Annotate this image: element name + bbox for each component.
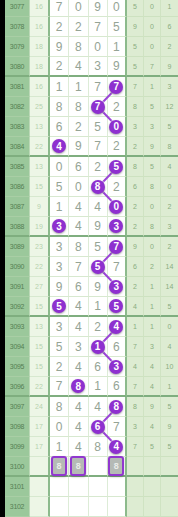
stat-cell: 5: [161, 397, 178, 417]
digit-cell: [89, 457, 108, 477]
digit-cell: [89, 497, 108, 517]
digit-cell: 2: [108, 177, 127, 197]
chart-row: 3085130625854: [5, 157, 178, 177]
sum-cell: 13: [30, 117, 50, 137]
sum-cell: 17: [30, 417, 50, 437]
digit-cell: 4: [69, 357, 88, 377]
digit-cell: 8: [69, 97, 88, 117]
stat-cell: 4: [127, 357, 144, 377]
circled-digit: 8: [109, 400, 123, 414]
digit-cell: 6: [108, 377, 127, 397]
digit-cell: 1: [50, 197, 69, 217]
digit-cell: 6: [89, 357, 108, 377]
sum-cell: 15: [30, 297, 50, 317]
digit-cell: 6: [108, 337, 127, 357]
sum-cell: 19: [30, 217, 50, 237]
stat-cell: 7: [127, 77, 144, 97]
stat-cell: 1: [127, 317, 144, 337]
chart-rows: 3077167090501307816227590630791898015023…: [5, 0, 178, 517]
digit-cell: 4: [69, 57, 88, 77]
stat-cell: 1: [161, 0, 178, 17]
digit-cell: 4: [69, 437, 88, 457]
chart-row: 3102: [5, 497, 178, 517]
digit-cell: 9: [89, 0, 108, 17]
sum-cell: 15: [30, 177, 50, 197]
digit-cell: 6: [69, 157, 88, 177]
digit-cell: 4: [69, 217, 88, 237]
stat-cell: 2: [161, 37, 178, 57]
digit-cell: 9: [108, 57, 127, 77]
sum-cell: 16: [30, 77, 50, 97]
stat-cell: 4: [127, 297, 144, 317]
digit-cell: 8: [69, 37, 88, 57]
digit-cell: 7: [89, 137, 108, 157]
circled-digit: 5: [91, 260, 105, 274]
stat-cell: 14: [161, 257, 178, 277]
digit-cell: [50, 477, 69, 497]
draw-id-cell: 3078: [5, 17, 30, 37]
stat-cell: 5: [144, 157, 161, 177]
digit-cell: 5: [89, 237, 108, 257]
chart-row: 3078162275906: [5, 17, 178, 37]
digit-cell: 2: [89, 157, 108, 177]
stat-cell: 9: [144, 397, 161, 417]
stat-cell: 6: [161, 17, 178, 37]
digit-cell: 5: [89, 117, 108, 137]
draw-id-cell: 3099: [5, 437, 30, 457]
sum-cell: 16: [30, 0, 50, 17]
digit-cell: 8: [50, 457, 69, 477]
digit-cell: 7: [50, 0, 69, 17]
sum-cell: 22: [30, 137, 50, 157]
stat-cell: 9: [127, 17, 144, 37]
chart-row: 30902237576214: [5, 257, 178, 277]
chart-row: 3084224972298: [5, 137, 178, 157]
stat-cell: 2: [127, 197, 144, 217]
digit-cell: 0: [108, 0, 127, 17]
digit-cell: 4: [108, 437, 127, 457]
chart-row: 3101: [5, 477, 178, 497]
digit-cell: 6: [50, 117, 69, 137]
stat-cell: 2: [161, 197, 178, 217]
draw-id-cell: 3098: [5, 417, 30, 437]
digit-cell: 8: [108, 397, 127, 417]
digit-cell: 7: [108, 237, 127, 257]
chart-row: 3086155082680: [5, 177, 178, 197]
sum-cell: 22: [30, 377, 50, 397]
chart-row: 3098170467349: [5, 417, 178, 437]
digit-cell: 1: [50, 77, 69, 97]
stat-cell: 5: [127, 0, 144, 17]
draw-id-cell: 3081: [5, 77, 30, 97]
digit-cell: 8: [89, 437, 108, 457]
digit-cell: 6: [89, 417, 108, 437]
sum-cell: [30, 477, 50, 497]
draw-id-cell: 3097: [5, 397, 30, 417]
stat-cell: 1: [161, 377, 178, 397]
digit-cell: 1: [89, 377, 108, 397]
stat-cell: 3: [161, 217, 178, 237]
digit-cell: 7: [50, 377, 69, 397]
stat-cell: 9: [161, 57, 178, 77]
draw-id-cell: 3095: [5, 357, 30, 377]
digit-cell: 8: [69, 377, 88, 397]
sum-cell: 25: [30, 97, 50, 117]
stat-cell: [127, 497, 144, 517]
digit-cell: 9: [89, 277, 108, 297]
selected-digit-box[interactable]: 8: [108, 456, 124, 476]
digit-cell: 7: [89, 97, 108, 117]
circled-digit: 5: [109, 299, 123, 313]
selected-digit-box[interactable]: 8: [70, 456, 86, 476]
digit-cell: 5: [50, 337, 69, 357]
sum-cell: 23: [30, 237, 50, 257]
digit-cell: 3: [108, 217, 127, 237]
digit-cell: 2: [50, 357, 69, 377]
circled-digit: 6: [91, 420, 105, 434]
lottery-trend-chart: 3077167090501307816227590630791898015023…: [0, 0, 178, 517]
digit-cell: 2: [50, 17, 69, 37]
digit-cell: 9: [50, 277, 69, 297]
chart-row: 30951524634410: [5, 357, 178, 377]
sum-cell: 17: [30, 437, 50, 457]
digit-cell: 2: [50, 57, 69, 77]
circled-digit: 3: [109, 280, 123, 294]
draw-id-cell: 3084: [5, 137, 30, 157]
draw-id-cell: 3085: [5, 157, 30, 177]
stat-cell: 9: [144, 137, 161, 157]
draw-id-cell: 3082: [5, 97, 30, 117]
digit-cell: 1: [89, 337, 108, 357]
digit-cell: 8: [50, 97, 69, 117]
selected-digit-box[interactable]: 8: [51, 456, 67, 476]
stat-cell: 5: [161, 297, 178, 317]
sum-cell: 15: [30, 337, 50, 357]
digit-cell: 7: [108, 417, 127, 437]
digit-cell: 2: [89, 317, 108, 337]
stat-cell: 1: [144, 297, 161, 317]
stat-cell: 8: [144, 217, 161, 237]
stat-cell: 5: [161, 117, 178, 137]
circled-digit: 0: [109, 120, 123, 134]
stat-cell: 1: [144, 317, 161, 337]
digit-cell: [89, 477, 108, 497]
digit-cell: 3: [108, 277, 127, 297]
digit-cell: 0: [50, 417, 69, 437]
stat-cell: [161, 477, 178, 497]
chart-row: 3096227816741: [5, 377, 178, 397]
draw-id-cell: 3088: [5, 217, 30, 237]
stat-cell: [161, 457, 178, 477]
stat-cell: 0: [144, 17, 161, 37]
digit-cell: 2: [108, 137, 127, 157]
chart-row: 3083136250335: [5, 117, 178, 137]
stat-cell: 10: [161, 357, 178, 377]
digit-cell: 5: [108, 17, 127, 37]
stat-cell: 0: [161, 177, 178, 197]
digit-cell: [108, 477, 127, 497]
circled-digit: 3: [52, 219, 66, 233]
digit-cell: 8: [89, 177, 108, 197]
stat-cell: 8: [144, 177, 161, 197]
stat-cell: 4: [144, 357, 161, 377]
digit-cell: 0: [50, 157, 69, 177]
circled-digit: 3: [109, 360, 123, 374]
stat-cell: 1: [144, 77, 161, 97]
chart-row: 3077167090501: [5, 0, 178, 17]
chart-row: 30822588728512: [5, 97, 178, 117]
digit-cell: [50, 497, 69, 517]
stat-cell: 5: [127, 57, 144, 77]
digit-cell: 2: [69, 17, 88, 37]
draw-id-cell: 3079: [5, 37, 30, 57]
draw-id-cell: 3086: [5, 177, 30, 197]
stat-cell: 9: [161, 417, 178, 437]
digit-cell: 3: [50, 257, 69, 277]
chart-row: 3097248448895: [5, 397, 178, 417]
circled-digit: 4: [109, 320, 123, 334]
stat-cell: 2: [161, 237, 178, 257]
digit-cell: 3: [50, 317, 69, 337]
stat-cell: 3: [144, 337, 161, 357]
digit-cell: 4: [69, 317, 88, 337]
draw-id-cell: 3090: [5, 257, 30, 277]
chart-row: 30912796932114: [5, 277, 178, 297]
stat-cell: 8: [127, 97, 144, 117]
digit-cell: 3: [50, 217, 69, 237]
draw-id-cell: 3100: [5, 457, 30, 477]
stat-cell: [127, 457, 144, 477]
stat-cell: 2: [127, 217, 144, 237]
digit-cell: 7: [69, 257, 88, 277]
sum-cell: 9: [30, 197, 50, 217]
chart-row: 308791440202: [5, 197, 178, 217]
digit-cell: 4: [89, 197, 108, 217]
stat-cell: 0: [144, 0, 161, 17]
stat-cell: 2: [127, 137, 144, 157]
digit-cell: 4: [69, 297, 88, 317]
stat-cell: 5: [144, 97, 161, 117]
stat-cell: 1: [144, 277, 161, 297]
sum-cell: 13: [30, 317, 50, 337]
digit-cell: 3: [89, 57, 108, 77]
stat-cell: 6: [127, 257, 144, 277]
digit-cell: 2: [69, 117, 88, 137]
chart-row: 3100888: [5, 457, 178, 477]
stat-cell: 0: [144, 37, 161, 57]
digit-cell: 9: [89, 217, 108, 237]
draw-id-cell: 3102: [5, 497, 30, 517]
stat-cell: 12: [161, 97, 178, 117]
stat-cell: 4: [144, 417, 161, 437]
digit-cell: 1: [108, 37, 127, 57]
draw-id-cell: 3093: [5, 317, 30, 337]
digit-cell: 6: [69, 277, 88, 297]
sum-cell: [30, 497, 50, 517]
circled-digit: 5: [109, 160, 123, 174]
digit-cell: 3: [69, 337, 88, 357]
digit-cell: 8: [69, 457, 88, 477]
circled-digit: 7: [91, 100, 105, 114]
sum-cell: 18: [30, 57, 50, 77]
digit-cell: 0: [69, 177, 88, 197]
digit-cell: 7: [108, 77, 127, 97]
chart-row: 3088193493283: [5, 217, 178, 237]
circled-digit: 4: [109, 440, 123, 454]
digit-cell: 0: [89, 37, 108, 57]
stat-cell: [144, 497, 161, 517]
circled-digit: 5: [52, 299, 66, 313]
stat-cell: 4: [161, 337, 178, 357]
circled-digit: 7: [109, 240, 123, 254]
stat-cell: [127, 477, 144, 497]
digit-cell: 4: [50, 137, 69, 157]
digit-cell: 1: [69, 77, 88, 97]
draw-id-cell: 3089: [5, 237, 30, 257]
stat-cell: 0: [161, 317, 178, 337]
stat-cell: 7: [127, 437, 144, 457]
draw-id-cell: 3087: [5, 197, 30, 217]
digit-cell: 8: [108, 457, 127, 477]
digit-cell: [108, 497, 127, 517]
chart-row: 3099171484755: [5, 437, 178, 457]
sum-cell: 15: [30, 357, 50, 377]
draw-id-cell: 3077: [5, 0, 30, 17]
digit-cell: 0: [108, 117, 127, 137]
digit-cell: 7: [89, 77, 108, 97]
chart-row: 3094155316734: [5, 337, 178, 357]
circled-digit: 8: [91, 180, 105, 194]
sum-cell: 27: [30, 277, 50, 297]
stat-cell: 14: [161, 277, 178, 297]
chart-row: 3093133424110: [5, 317, 178, 337]
digit-cell: 3: [108, 357, 127, 377]
stat-cell: 0: [144, 237, 161, 257]
chart-row: 3089233857902: [5, 237, 178, 257]
sum-cell: 24: [30, 397, 50, 417]
stat-cell: 6: [127, 177, 144, 197]
digit-cell: 4: [108, 317, 127, 337]
draw-id-cell: 3096: [5, 377, 30, 397]
digit-cell: 4: [69, 197, 88, 217]
draw-id-cell: 3083: [5, 117, 30, 137]
draw-id-cell: 3092: [5, 297, 30, 317]
circled-digit: 4: [52, 139, 66, 153]
stat-cell: 3: [161, 77, 178, 97]
digit-cell: 5: [50, 297, 69, 317]
stat-cell: [144, 457, 161, 477]
digit-cell: 4: [69, 417, 88, 437]
digit-cell: 9: [69, 137, 88, 157]
stat-cell: 5: [127, 37, 144, 57]
stat-cell: 8: [161, 137, 178, 157]
digit-cell: 8: [69, 237, 88, 257]
stat-cell: 5: [161, 437, 178, 457]
stat-cell: 7: [127, 377, 144, 397]
draw-id-cell: 3080: [5, 57, 30, 77]
digit-cell: 5: [89, 257, 108, 277]
digit-cell: [69, 477, 88, 497]
chart-row: 3081161177713: [5, 77, 178, 97]
stat-cell: 5: [144, 437, 161, 457]
digit-cell: 1: [89, 297, 108, 317]
stat-cell: 0: [144, 197, 161, 217]
sum-cell: 16: [30, 17, 50, 37]
stat-cell: 2: [144, 257, 161, 277]
digit-cell: 0: [69, 0, 88, 17]
draw-id-cell: 3091: [5, 277, 30, 297]
digit-cell: 0: [108, 197, 127, 217]
sum-cell: 18: [30, 37, 50, 57]
draw-id-cell: 3101: [5, 477, 30, 497]
chart-row: 3079189801502: [5, 37, 178, 57]
digit-cell: 2: [108, 97, 127, 117]
stat-cell: [161, 497, 178, 517]
digit-cell: 1: [50, 437, 69, 457]
digit-cell: 5: [108, 157, 127, 177]
circled-digit: 1: [91, 340, 105, 354]
stat-cell: 3: [127, 417, 144, 437]
digit-cell: 4: [89, 397, 108, 417]
digit-cell: 8: [50, 397, 69, 417]
digit-cell: 7: [108, 257, 127, 277]
circled-digit: 8: [71, 379, 85, 393]
stat-cell: 2: [127, 277, 144, 297]
stat-cell: 4: [144, 377, 161, 397]
draw-id-cell: 3094: [5, 337, 30, 357]
chart-row: 3080182439579: [5, 57, 178, 77]
stat-cell: 3: [144, 117, 161, 137]
stat-cell: 7: [144, 57, 161, 77]
circled-digit: 0: [109, 200, 123, 214]
circled-digit: 7: [109, 80, 123, 94]
digit-cell: [69, 497, 88, 517]
digit-cell: 5: [108, 297, 127, 317]
stat-cell: 8: [127, 397, 144, 417]
digit-cell: 3: [50, 237, 69, 257]
digit-cell: 5: [50, 177, 69, 197]
sum-cell: 13: [30, 157, 50, 177]
sum-cell: [30, 457, 50, 477]
circled-digit: 3: [109, 219, 123, 233]
stat-cell: [144, 477, 161, 497]
digit-cell: 4: [69, 397, 88, 417]
stat-cell: 3: [127, 117, 144, 137]
digit-cell: 9: [50, 37, 69, 57]
stat-cell: 7: [127, 337, 144, 357]
stat-cell: 9: [127, 237, 144, 257]
stat-cell: 4: [161, 157, 178, 177]
digit-cell: 7: [89, 17, 108, 37]
chart-row: 3092155415415: [5, 297, 178, 317]
stat-cell: 8: [127, 157, 144, 177]
sum-cell: 22: [30, 257, 50, 277]
